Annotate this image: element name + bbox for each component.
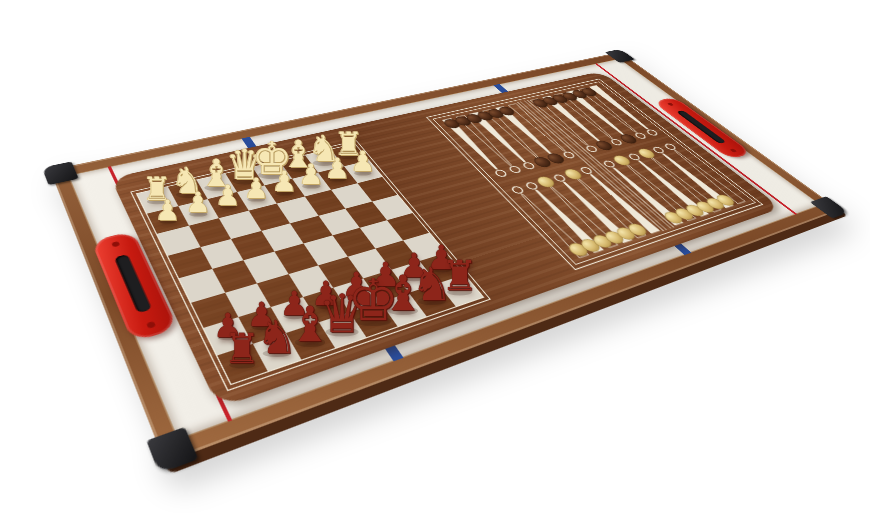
handle-screw — [667, 102, 674, 106]
chess-piece-cream-pawn[interactable]: ♟ — [215, 182, 240, 210]
point-tip-ring — [553, 174, 567, 182]
backgammon-checker-cream[interactable] — [535, 175, 558, 188]
point-tip-ring — [634, 132, 647, 139]
handle-grip-slot — [114, 254, 152, 313]
chess-piece-cream-pawn[interactable]: ♟ — [155, 197, 180, 225]
chess-piece-cream-pawn[interactable]: ♟ — [350, 148, 375, 176]
scene: ♜♞♝♛♚♝♞♜♟♟♟♟♟♟♟♟♟♟♟♟♟♟♟♟♜♞♝♛♚♝♞♜ — [0, 0, 870, 524]
point-tip-ring — [628, 153, 641, 160]
point-tip-ring — [525, 182, 539, 190]
chess-piece-cream-pawn[interactable]: ♟ — [244, 175, 269, 203]
handle-screw — [729, 148, 737, 152]
point-tip-ring — [562, 151, 575, 158]
chess-piece-cream-pawn[interactable]: ♟ — [186, 189, 211, 217]
point-tip-ring — [511, 186, 525, 194]
point-tip-ring — [603, 160, 616, 168]
point-tip-ring — [508, 166, 522, 174]
chess-piece-cream-pawn[interactable]: ♟ — [299, 161, 324, 189]
handle-screw — [146, 321, 156, 329]
chess-piece-cream-pawn[interactable]: ♟ — [272, 168, 297, 196]
chess-piece-red-rook[interactable]: ♜ — [223, 329, 260, 370]
point-tip-ring — [494, 169, 508, 177]
point-tip-ring — [580, 167, 594, 175]
handle-screw — [111, 241, 120, 247]
point-tip-ring — [646, 129, 659, 136]
chess-piece-cream-pawn[interactable]: ♟ — [325, 155, 350, 183]
chess-piece-red-rook[interactable]: ♜ — [441, 256, 478, 297]
point-tip-ring — [664, 143, 677, 150]
point-tip-ring — [585, 145, 598, 152]
point-tip-ring — [610, 139, 623, 146]
point-tip-ring — [652, 147, 665, 154]
point-tip-ring — [522, 162, 536, 170]
